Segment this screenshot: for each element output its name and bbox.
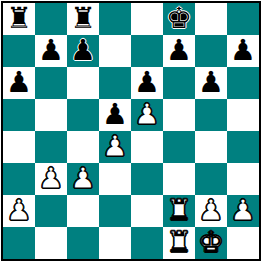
square-b4[interactable]: [35, 131, 67, 163]
piece-black-king[interactable]: ♚: [166, 3, 192, 34]
square-c8[interactable]: ♜: [67, 3, 99, 35]
piece-white-rook[interactable]: ♜: [166, 227, 192, 258]
square-c5[interactable]: [67, 99, 99, 131]
square-d6[interactable]: [99, 67, 131, 99]
square-a1[interactable]: [3, 227, 35, 259]
square-h4[interactable]: [227, 131, 259, 163]
square-g8[interactable]: [195, 3, 227, 35]
square-e6[interactable]: ♟: [131, 67, 163, 99]
square-a7[interactable]: [3, 35, 35, 67]
square-b1[interactable]: [35, 227, 67, 259]
square-g6[interactable]: ♟: [195, 67, 227, 99]
square-e5[interactable]: ♟: [131, 99, 163, 131]
piece-white-pawn[interactable]: ♟: [102, 131, 128, 162]
square-f3[interactable]: [163, 163, 195, 195]
square-b5[interactable]: [35, 99, 67, 131]
square-a3[interactable]: [3, 163, 35, 195]
square-e2[interactable]: [131, 195, 163, 227]
square-d3[interactable]: [99, 163, 131, 195]
piece-black-rook[interactable]: ♜: [70, 3, 96, 34]
square-b6[interactable]: [35, 67, 67, 99]
square-b2[interactable]: [35, 195, 67, 227]
square-g7[interactable]: [195, 35, 227, 67]
square-h2[interactable]: ♟: [227, 195, 259, 227]
chess-board: ♜♜♚♟♟♟♟♟♟♟♟♟♟♟♟♟♜♟♟♜♚: [3, 3, 259, 259]
piece-black-pawn[interactable]: ♟: [38, 35, 64, 66]
square-f5[interactable]: [163, 99, 195, 131]
square-a4[interactable]: [3, 131, 35, 163]
piece-black-rook[interactable]: ♜: [6, 3, 32, 34]
piece-black-pawn[interactable]: ♟: [198, 67, 224, 98]
square-e1[interactable]: [131, 227, 163, 259]
square-h7[interactable]: ♟: [227, 35, 259, 67]
square-a2[interactable]: ♟: [3, 195, 35, 227]
piece-black-pawn[interactable]: ♟: [6, 67, 32, 98]
square-g2[interactable]: ♟: [195, 195, 227, 227]
square-c1[interactable]: [67, 227, 99, 259]
square-h8[interactable]: [227, 3, 259, 35]
square-b8[interactable]: [35, 3, 67, 35]
square-e4[interactable]: [131, 131, 163, 163]
square-b3[interactable]: ♟: [35, 163, 67, 195]
square-h1[interactable]: [227, 227, 259, 259]
square-e3[interactable]: [131, 163, 163, 195]
square-d7[interactable]: [99, 35, 131, 67]
square-d4[interactable]: ♟: [99, 131, 131, 163]
square-f1[interactable]: ♜: [163, 227, 195, 259]
square-h6[interactable]: [227, 67, 259, 99]
piece-white-king[interactable]: ♚: [198, 227, 224, 258]
piece-black-pawn[interactable]: ♟: [70, 35, 96, 66]
square-d8[interactable]: [99, 3, 131, 35]
piece-white-pawn[interactable]: ♟: [198, 195, 224, 226]
piece-white-rook[interactable]: ♜: [166, 195, 192, 226]
square-c7[interactable]: ♟: [67, 35, 99, 67]
square-a5[interactable]: [3, 99, 35, 131]
square-d5[interactable]: ♟: [99, 99, 131, 131]
square-f2[interactable]: ♜: [163, 195, 195, 227]
square-h5[interactable]: [227, 99, 259, 131]
square-e8[interactable]: [131, 3, 163, 35]
piece-white-pawn[interactable]: ♟: [38, 163, 64, 194]
square-c3[interactable]: ♟: [67, 163, 99, 195]
square-f4[interactable]: [163, 131, 195, 163]
piece-white-pawn[interactable]: ♟: [134, 99, 160, 130]
square-c4[interactable]: [67, 131, 99, 163]
piece-black-pawn[interactable]: ♟: [166, 35, 192, 66]
square-f6[interactable]: [163, 67, 195, 99]
square-b7[interactable]: ♟: [35, 35, 67, 67]
board-border: ♜♜♚♟♟♟♟♟♟♟♟♟♟♟♟♟♜♟♟♜♚: [1, 1, 261, 261]
square-d2[interactable]: [99, 195, 131, 227]
piece-black-pawn[interactable]: ♟: [230, 35, 256, 66]
square-g3[interactable]: [195, 163, 227, 195]
square-f8[interactable]: ♚: [163, 3, 195, 35]
square-f7[interactable]: ♟: [163, 35, 195, 67]
piece-white-pawn[interactable]: ♟: [70, 163, 96, 194]
square-c6[interactable]: [67, 67, 99, 99]
square-d1[interactable]: [99, 227, 131, 259]
piece-black-pawn[interactable]: ♟: [134, 67, 160, 98]
square-c2[interactable]: [67, 195, 99, 227]
piece-black-pawn[interactable]: ♟: [102, 99, 128, 130]
square-a8[interactable]: ♜: [3, 3, 35, 35]
square-a6[interactable]: ♟: [3, 67, 35, 99]
piece-white-pawn[interactable]: ♟: [6, 195, 32, 226]
square-g4[interactable]: [195, 131, 227, 163]
piece-white-pawn[interactable]: ♟: [230, 195, 256, 226]
square-g5[interactable]: [195, 99, 227, 131]
square-e7[interactable]: [131, 35, 163, 67]
square-h3[interactable]: [227, 163, 259, 195]
square-g1[interactable]: ♚: [195, 227, 227, 259]
